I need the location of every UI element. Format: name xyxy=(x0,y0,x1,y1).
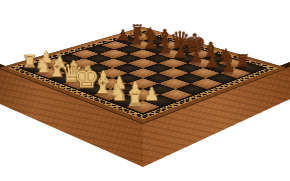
square-h5 xyxy=(191,78,223,89)
black-rook-a8: ♜ xyxy=(129,23,144,39)
black-queen-d8: ♛ xyxy=(169,29,189,52)
white-pawn-a2: ♟ xyxy=(39,49,53,65)
white-rook-a1: ♜ xyxy=(21,52,37,70)
black-pawn-a7: ♟ xyxy=(116,28,129,43)
chess-set-photo: ♜♞♝♛♚♝♞♜♟♟♟♟♟♟♟♟♟♟♟♟♟♟♟♟♜♞♝♛♚♝♞♜ xyxy=(0,0,290,181)
